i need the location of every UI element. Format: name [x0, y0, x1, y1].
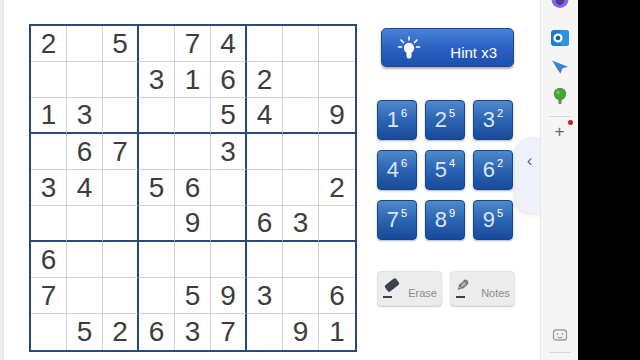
eraser-icon [382, 279, 402, 299]
cell-r5c3[interactable] [103, 170, 139, 206]
cell-r5c5[interactable]: 6 [175, 170, 211, 206]
numpad-remaining-count: 4 [449, 157, 455, 169]
cell-r7c3[interactable] [103, 242, 139, 278]
cell-r5c7[interactable] [247, 170, 283, 206]
plus-icon: + [550, 122, 570, 142]
cell-r4c2[interactable]: 6 [67, 134, 103, 170]
numpad-button-1[interactable]: 16 [377, 100, 417, 140]
cell-r1c9[interactable] [319, 26, 355, 62]
app-purple-icon[interactable] [551, 0, 568, 8]
add-to-sidebar-button[interactable]: + [550, 122, 570, 142]
cell-r4c5[interactable] [175, 134, 211, 170]
sidebar-collapse-tab[interactable]: ‹ [516, 137, 543, 213]
sidebar-divider [549, 116, 571, 117]
cell-r1c7[interactable] [247, 26, 283, 62]
cell-r3c5[interactable] [175, 98, 211, 134]
cell-r7c4[interactable] [139, 242, 175, 278]
cell-r7c9[interactable] [319, 242, 355, 278]
numpad-button-4[interactable]: 46 [377, 150, 417, 190]
numpad-button-8[interactable]: 89 [425, 200, 465, 240]
cell-r8c1[interactable]: 7 [31, 278, 67, 314]
erase-button[interactable]: Erase [377, 271, 442, 306]
numpad-digit: 5 [435, 157, 447, 183]
pencil-icon: ✎ [455, 279, 475, 299]
lightbulb-icon [394, 34, 424, 68]
cell-r4c6[interactable]: 3 [211, 134, 247, 170]
cell-r6c5[interactable]: 9 [175, 206, 211, 242]
numpad-digit: 8 [435, 207, 447, 233]
cell-r8c3[interactable] [103, 278, 139, 314]
cell-r6c4[interactable] [139, 206, 175, 242]
cell-r9c3[interactable]: 2 [103, 314, 139, 350]
paper-plane-icon[interactable] [550, 58, 569, 81]
cell-r8c6[interactable]: 9 [211, 278, 247, 314]
numpad-digit: 4 [387, 157, 399, 183]
numpad-remaining-count: 5 [497, 207, 503, 219]
cell-r4c9[interactable] [319, 134, 355, 170]
numpad-remaining-count: 6 [401, 157, 407, 169]
numpad-button-7[interactable]: 75 [377, 200, 417, 240]
numpad-remaining-count: 9 [449, 207, 455, 219]
numpad-digit: 9 [483, 207, 495, 233]
numpad-button-3[interactable]: 32 [473, 100, 513, 140]
cell-r8c9[interactable]: 6 [319, 278, 355, 314]
numpad-digit: 6 [483, 157, 495, 183]
cell-r6c7[interactable]: 6 [247, 206, 283, 242]
notification-dot [568, 120, 573, 125]
cell-r9c5[interactable]: 3 [175, 314, 211, 350]
numpad-remaining-count: 2 [497, 157, 503, 169]
numpad-remaining-count: 2 [497, 107, 503, 119]
cell-r3c7[interactable]: 4 [247, 98, 283, 134]
cell-r1c1[interactable]: 2 [31, 26, 67, 62]
cell-r9c4[interactable]: 6 [139, 314, 175, 350]
outlook-icon[interactable] [551, 29, 569, 51]
cell-r2c7[interactable]: 2 [247, 62, 283, 98]
numpad-digit: 7 [387, 207, 399, 233]
cell-r9c6[interactable]: 7 [211, 314, 247, 350]
cell-r7c2[interactable] [67, 242, 103, 278]
cell-r4c8[interactable] [283, 134, 319, 170]
cell-r4c1[interactable] [31, 134, 67, 170]
cell-r8c5[interactable]: 5 [175, 278, 211, 314]
cell-r9c8[interactable]: 9 [283, 314, 319, 350]
cell-r1c5[interactable]: 7 [175, 26, 211, 62]
cell-r6c3[interactable] [103, 206, 139, 242]
numpad-remaining-count: 5 [449, 107, 455, 119]
cell-r2c5[interactable]: 1 [175, 62, 211, 98]
cell-r5c6[interactable] [211, 170, 247, 206]
cell-r2c1[interactable] [31, 62, 67, 98]
numpad-button-6[interactable]: 62 [473, 150, 513, 190]
cell-r5c1[interactable]: 3 [31, 170, 67, 206]
cell-r5c4[interactable]: 5 [139, 170, 175, 206]
cell-r4c3[interactable]: 7 [103, 134, 139, 170]
cell-r5c2[interactable]: 4 [67, 170, 103, 206]
cell-r4c4[interactable] [139, 134, 175, 170]
cell-r7c7[interactable] [247, 242, 283, 278]
cell-r6c2[interactable] [67, 206, 103, 242]
cell-r4c7[interactable] [247, 134, 283, 170]
cell-r3c8[interactable] [283, 98, 319, 134]
cell-r7c1[interactable]: 6 [31, 242, 67, 278]
numpad-digit: 3 [483, 107, 495, 133]
cell-r2c3[interactable] [103, 62, 139, 98]
hint-button-label: Hint x3 [450, 44, 497, 61]
cell-r2c4[interactable]: 3 [139, 62, 175, 98]
cell-r2c8[interactable] [283, 62, 319, 98]
numpad-digit: 1 [387, 107, 399, 133]
erase-button-label: Erase [408, 287, 437, 299]
chevron-left-icon: ‹ [527, 151, 533, 213]
screen: 2574316213549673345629636759365263791 Hi… [0, 0, 640, 360]
cell-r2c2[interactable] [67, 62, 103, 98]
sudoku-board: 2574316213549673345629636759365263791 [29, 24, 357, 352]
numpad-button-2[interactable]: 25 [425, 100, 465, 140]
cell-r7c6[interactable] [211, 242, 247, 278]
number-pad: 162532465462758995 [377, 100, 514, 240]
cell-r7c8[interactable] [283, 242, 319, 278]
tree-icon[interactable] [551, 87, 568, 109]
cell-r8c7[interactable]: 3 [247, 278, 283, 314]
cell-r1c4[interactable] [139, 26, 175, 62]
cell-r7c5[interactable] [175, 242, 211, 278]
cell-r6c9[interactable] [319, 206, 355, 242]
notes-button-label: Notes [481, 287, 510, 299]
numpad-remaining-count: 5 [401, 207, 407, 219]
controller-icon[interactable] [552, 327, 568, 347]
cell-r3c1[interactable]: 1 [31, 98, 67, 134]
cell-r6c1[interactable] [31, 206, 67, 242]
cell-r3c2[interactable]: 3 [67, 98, 103, 134]
cell-r9c2[interactable]: 5 [67, 314, 103, 350]
black-letterbox [578, 0, 640, 360]
numpad-digit: 2 [435, 107, 447, 133]
hint-button[interactable]: Hint x3 [381, 28, 514, 67]
cell-r2c9[interactable] [319, 62, 355, 98]
cell-r9c1[interactable] [31, 314, 67, 350]
cell-r1c2[interactable] [67, 26, 103, 62]
cell-r3c6[interactable]: 5 [211, 98, 247, 134]
left-edge-strip [0, 0, 4, 360]
numpad-button-9[interactable]: 95 [473, 200, 513, 240]
cell-r3c9[interactable]: 9 [319, 98, 355, 134]
sudoku-game-area: 2574316213549673345629636759365263791 Hi… [0, 0, 540, 360]
cell-r8c2[interactable] [67, 278, 103, 314]
cell-r8c8[interactable] [283, 278, 319, 314]
cell-r5c8[interactable] [283, 170, 319, 206]
cell-r2c6[interactable]: 6 [211, 62, 247, 98]
numpad-remaining-count: 6 [401, 107, 407, 119]
cell-r1c8[interactable] [283, 26, 319, 62]
cell-r8c4[interactable] [139, 278, 175, 314]
cell-r1c3[interactable]: 5 [103, 26, 139, 62]
cell-r5c9[interactable]: 2 [319, 170, 355, 206]
cell-r9c7[interactable] [247, 314, 283, 350]
sidebar-bottom-divider [549, 352, 571, 353]
cell-r1c6[interactable]: 4 [211, 26, 247, 62]
cell-r3c4[interactable] [139, 98, 175, 134]
numpad-button-5[interactable]: 54 [425, 150, 465, 190]
cell-r3c3[interactable] [103, 98, 139, 134]
notes-button[interactable]: ✎ Notes [450, 271, 515, 306]
browser-sidebar: + [540, 0, 578, 360]
cell-r6c8[interactable]: 3 [283, 206, 319, 242]
cell-r6c6[interactable] [211, 206, 247, 242]
cell-r9c9[interactable]: 1 [319, 314, 355, 350]
